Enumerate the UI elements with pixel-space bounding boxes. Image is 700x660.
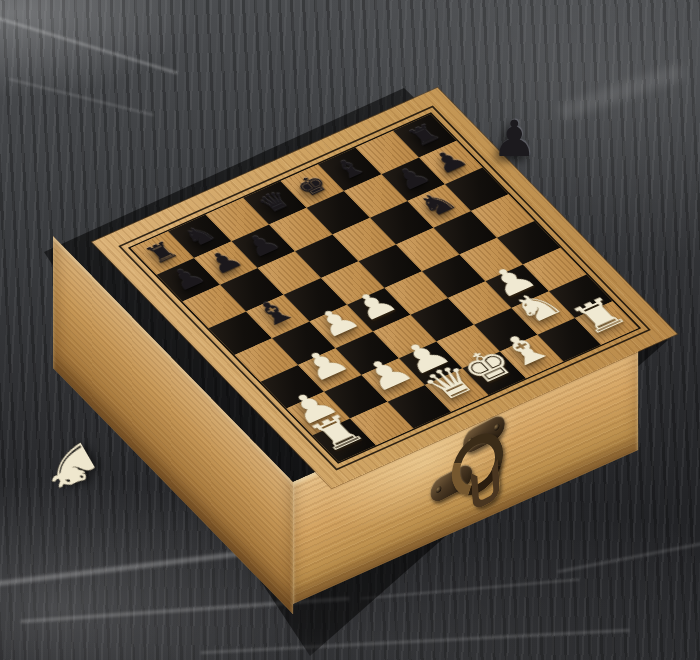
scratch-mark [8, 78, 154, 116]
scratch-mark [0, 16, 178, 74]
scratch-mark [200, 629, 630, 655]
scratch-mark [360, 578, 579, 599]
scratch-mark [557, 542, 700, 574]
piece-white-knight-offboard: ♞ [31, 430, 110, 507]
latch-screw [436, 485, 442, 494]
latch-screw [494, 423, 500, 432]
table-surface: ♜♞♛♚♝♜♟♟♟♟♟♞♝♟♟♟♟♟♟♟♞♜♛♚♝♜ ♟♞ [0, 0, 700, 660]
scratch-mark [557, 63, 685, 120]
scratch-mark [0, 549, 259, 588]
